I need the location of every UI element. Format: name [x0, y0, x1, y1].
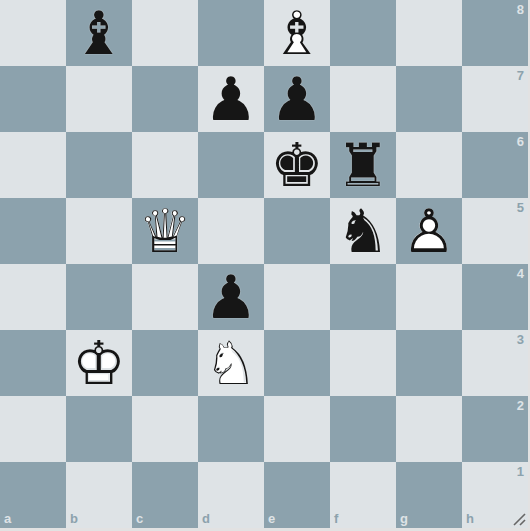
- board-resize-handle[interactable]: [511, 511, 527, 527]
- file-label-d: d: [202, 511, 210, 526]
- square-a2[interactable]: [0, 396, 66, 462]
- white-queen-icon: ♕: [132, 198, 198, 264]
- rank-label-7: 7: [517, 68, 524, 83]
- square-f5[interactable]: ♞: [330, 198, 396, 264]
- piece-white-queen[interactable]: ♛♕: [132, 198, 198, 264]
- square-g8[interactable]: [396, 0, 462, 66]
- square-e4[interactable]: [264, 264, 330, 330]
- square-d4[interactable]: ♟: [198, 264, 264, 330]
- square-c5[interactable]: ♛♕: [132, 198, 198, 264]
- square-e3[interactable]: [264, 330, 330, 396]
- square-f1[interactable]: f: [330, 462, 396, 528]
- square-e2[interactable]: [264, 396, 330, 462]
- square-d5[interactable]: [198, 198, 264, 264]
- white-bishop-icon: ♝: [264, 0, 330, 66]
- square-a7[interactable]: [0, 66, 66, 132]
- square-h2[interactable]: 2: [462, 396, 528, 462]
- white-king-icon: ♔: [66, 330, 132, 396]
- piece-black-pawn[interactable]: ♟: [198, 264, 264, 330]
- square-b4[interactable]: [66, 264, 132, 330]
- piece-black-pawn[interactable]: ♟: [264, 66, 330, 132]
- square-c6[interactable]: [132, 132, 198, 198]
- file-label-c: c: [136, 511, 143, 526]
- square-h4[interactable]: 4: [462, 264, 528, 330]
- square-c8[interactable]: [132, 0, 198, 66]
- square-e1[interactable]: e: [264, 462, 330, 528]
- square-a8[interactable]: [0, 0, 66, 66]
- square-c2[interactable]: [132, 396, 198, 462]
- file-label-g: g: [400, 511, 408, 526]
- black-pawn-icon: ♟: [198, 264, 264, 330]
- black-pawn-icon: ♟: [264, 66, 330, 132]
- rank-label-8: 8: [517, 2, 524, 17]
- square-g3[interactable]: [396, 330, 462, 396]
- square-a1[interactable]: a: [0, 462, 66, 528]
- chess-board: ♝♝♗8♟♟7♚♜6♛♕♞♟♙5♟4♚♔♞♘32abcdefg1h: [0, 0, 528, 528]
- square-f4[interactable]: [330, 264, 396, 330]
- black-king-icon: ♚: [264, 132, 330, 198]
- square-g4[interactable]: [396, 264, 462, 330]
- rank-label-6: 6: [517, 134, 524, 149]
- square-e6[interactable]: ♚: [264, 132, 330, 198]
- file-label-e: e: [268, 511, 275, 526]
- rank-label-2: 2: [517, 398, 524, 413]
- square-d8[interactable]: [198, 0, 264, 66]
- square-a3[interactable]: [0, 330, 66, 396]
- white-knight-icon: ♞: [198, 330, 264, 396]
- square-h7[interactable]: 7: [462, 66, 528, 132]
- square-f8[interactable]: [330, 0, 396, 66]
- square-g6[interactable]: [396, 132, 462, 198]
- piece-black-rook[interactable]: ♜: [330, 132, 396, 198]
- square-h5[interactable]: 5: [462, 198, 528, 264]
- square-c4[interactable]: [132, 264, 198, 330]
- square-g2[interactable]: [396, 396, 462, 462]
- square-d7[interactable]: ♟: [198, 66, 264, 132]
- piece-black-knight[interactable]: ♞: [330, 198, 396, 264]
- square-a4[interactable]: [0, 264, 66, 330]
- square-g7[interactable]: [396, 66, 462, 132]
- piece-white-pawn[interactable]: ♟♙: [396, 198, 462, 264]
- square-b2[interactable]: [66, 396, 132, 462]
- rank-label-4: 4: [517, 266, 524, 281]
- square-h3[interactable]: 3: [462, 330, 528, 396]
- square-g5[interactable]: ♟♙: [396, 198, 462, 264]
- file-label-a: a: [4, 511, 11, 526]
- square-e7[interactable]: ♟: [264, 66, 330, 132]
- black-rook-icon: ♜: [330, 132, 396, 198]
- file-label-f: f: [334, 511, 338, 526]
- square-b5[interactable]: [66, 198, 132, 264]
- square-d6[interactable]: [198, 132, 264, 198]
- black-knight-icon: ♞: [330, 198, 396, 264]
- square-h8[interactable]: 8: [462, 0, 528, 66]
- white-bishop-icon: ♗: [264, 0, 330, 66]
- rank-label-3: 3: [517, 332, 524, 347]
- square-e8[interactable]: ♝♗: [264, 0, 330, 66]
- square-b3[interactable]: ♚♔: [66, 330, 132, 396]
- square-f6[interactable]: ♜: [330, 132, 396, 198]
- square-c1[interactable]: c: [132, 462, 198, 528]
- rank-label-5: 5: [517, 200, 524, 215]
- piece-white-king[interactable]: ♚♔: [66, 330, 132, 396]
- square-b8[interactable]: ♝: [66, 0, 132, 66]
- square-d1[interactable]: d: [198, 462, 264, 528]
- square-b7[interactable]: [66, 66, 132, 132]
- piece-white-bishop[interactable]: ♝♗: [264, 0, 330, 66]
- piece-black-pawn[interactable]: ♟: [198, 66, 264, 132]
- square-f7[interactable]: [330, 66, 396, 132]
- white-king-icon: ♚: [66, 330, 132, 396]
- file-label-b: b: [70, 511, 78, 526]
- square-c3[interactable]: [132, 330, 198, 396]
- white-pawn-icon: ♟: [396, 198, 462, 264]
- black-bishop-icon: ♝: [66, 0, 132, 66]
- piece-black-bishop[interactable]: ♝: [66, 0, 132, 66]
- white-queen-icon: ♛: [132, 198, 198, 264]
- square-d3[interactable]: ♞♘: [198, 330, 264, 396]
- square-h6[interactable]: 6: [462, 132, 528, 198]
- piece-white-knight[interactable]: ♞♘: [198, 330, 264, 396]
- white-knight-icon: ♘: [198, 330, 264, 396]
- piece-black-king[interactable]: ♚: [264, 132, 330, 198]
- square-f2[interactable]: [330, 396, 396, 462]
- square-e5[interactable]: [264, 198, 330, 264]
- square-d2[interactable]: [198, 396, 264, 462]
- chess-board-page: ♝♝♗8♟♟7♚♜6♛♕♞♟♙5♟4♚♔♞♘32abcdefg1h: [0, 0, 530, 531]
- square-a6[interactable]: [0, 132, 66, 198]
- rank-label-1: 1: [517, 464, 524, 479]
- square-a5[interactable]: [0, 198, 66, 264]
- black-pawn-icon: ♟: [198, 66, 264, 132]
- square-b1[interactable]: b: [66, 462, 132, 528]
- square-g1[interactable]: g: [396, 462, 462, 528]
- file-label-h: h: [466, 511, 474, 526]
- white-pawn-icon: ♙: [396, 198, 462, 264]
- square-c7[interactable]: [132, 66, 198, 132]
- square-f3[interactable]: [330, 330, 396, 396]
- square-b6[interactable]: [66, 132, 132, 198]
- resize-handle-icon: [511, 511, 527, 527]
